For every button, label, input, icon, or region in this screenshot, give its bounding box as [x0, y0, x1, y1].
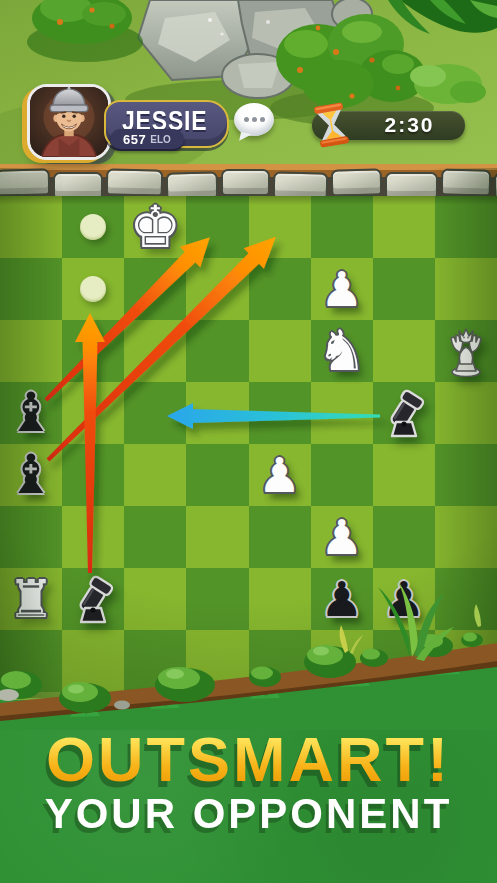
square-g4[interactable] — [373, 444, 435, 506]
square-c7[interactable] — [124, 258, 186, 320]
square-f5[interactable] — [311, 382, 373, 444]
square-a8[interactable] — [0, 196, 62, 258]
square-d4[interactable] — [186, 444, 248, 506]
chat-dot — [244, 117, 249, 122]
timer-value: 2:30 — [360, 113, 459, 137]
square-f8[interactable] — [311, 196, 373, 258]
square-c1[interactable] — [124, 630, 186, 692]
move-hint-dot[interactable] — [80, 214, 106, 240]
square-h1[interactable] — [435, 630, 497, 692]
white-king[interactable]: ♚ — [124, 196, 186, 258]
square-c3[interactable] — [124, 506, 186, 568]
square-b3[interactable] — [62, 506, 124, 568]
black-bishop[interactable]: ♝ — [0, 382, 62, 444]
square-d7[interactable] — [186, 258, 248, 320]
square-d2[interactable] — [186, 568, 248, 630]
wall-stone — [53, 172, 103, 199]
white-pawn[interactable]: ♟ — [311, 506, 373, 568]
black-bishop[interactable]: ♝ — [0, 444, 62, 506]
chess-board[interactable]: ♚♟♞♝♝♟♟♜♟♟ — [0, 196, 497, 692]
player-avatar[interactable] — [27, 84, 111, 160]
square-d3[interactable] — [186, 506, 248, 568]
square-f4[interactable] — [311, 444, 373, 506]
square-g1[interactable] — [373, 630, 435, 692]
square-g6[interactable] — [373, 320, 435, 382]
square-h5[interactable] — [435, 382, 497, 444]
square-a3[interactable] — [0, 506, 62, 568]
square-f1[interactable] — [311, 630, 373, 692]
square-d6[interactable] — [186, 320, 248, 382]
white-statue[interactable] — [435, 320, 497, 382]
wall-stone — [385, 172, 438, 199]
move-hint-dot[interactable] — [80, 276, 106, 302]
square-b5[interactable] — [62, 382, 124, 444]
white-pawn[interactable]: ♟ — [311, 258, 373, 320]
square-h4[interactable] — [435, 444, 497, 506]
black-cannon[interactable] — [373, 382, 435, 444]
wall-stone — [221, 169, 270, 196]
elo-suffix: ELO — [150, 134, 171, 145]
square-e8[interactable] — [249, 196, 311, 258]
square-c6[interactable] — [124, 320, 186, 382]
chat-dot — [252, 117, 257, 122]
black-pawn[interactable]: ♟ — [373, 568, 435, 630]
square-e1[interactable] — [249, 630, 311, 692]
avatar-portrait-icon — [30, 87, 108, 157]
square-b1[interactable] — [62, 630, 124, 692]
white-knight[interactable]: ♞ — [311, 320, 373, 382]
square-e2[interactable] — [249, 568, 311, 630]
square-h2[interactable] — [435, 568, 497, 630]
hourglass-icon — [313, 102, 351, 149]
match-timer: 2:30 — [312, 111, 465, 140]
elo-value: 657 — [123, 132, 146, 147]
wall-stone — [441, 168, 492, 196]
square-e6[interactable] — [249, 320, 311, 382]
square-g7[interactable] — [373, 258, 435, 320]
player-elo-badge: 657 ELO — [110, 129, 184, 151]
square-e7[interactable] — [249, 258, 311, 320]
square-e3[interactable] — [249, 506, 311, 568]
square-h3[interactable] — [435, 506, 497, 568]
white-pawn[interactable]: ♟ — [249, 444, 311, 506]
square-a1[interactable] — [0, 630, 62, 692]
wall-stone — [331, 168, 383, 196]
square-d8[interactable] — [186, 196, 248, 258]
game-screen: JESSIE 657 ELO 2:30 — [0, 0, 497, 883]
square-c5[interactable] — [124, 382, 186, 444]
ad-headline: OUTSMART! YOUR OPPONENT — [0, 728, 497, 835]
match-hud: JESSIE 657 ELO 2:30 — [0, 0, 497, 172]
square-c2[interactable] — [124, 568, 186, 630]
chat-bubble-icon[interactable] — [234, 103, 274, 136]
black-pawn[interactable]: ♟ — [311, 568, 373, 630]
square-h7[interactable] — [435, 258, 497, 320]
chat-dot — [260, 117, 265, 122]
square-a7[interactable] — [0, 258, 62, 320]
headline-line2: YOUR OPPONENT — [0, 793, 497, 835]
square-d5[interactable] — [186, 382, 248, 444]
square-b4[interactable] — [62, 444, 124, 506]
square-g3[interactable] — [373, 506, 435, 568]
square-h8[interactable] — [435, 196, 497, 258]
square-c4[interactable] — [124, 444, 186, 506]
square-a6[interactable] — [0, 320, 62, 382]
square-b6[interactable] — [62, 320, 124, 382]
white-rook[interactable]: ♜ — [0, 568, 62, 630]
square-d1[interactable] — [186, 630, 248, 692]
headline-line1: OUTSMART! — [0, 728, 497, 791]
wall-stone — [0, 168, 50, 196]
square-e5[interactable] — [249, 382, 311, 444]
square-g8[interactable] — [373, 196, 435, 258]
black-cannon[interactable] — [62, 568, 124, 630]
